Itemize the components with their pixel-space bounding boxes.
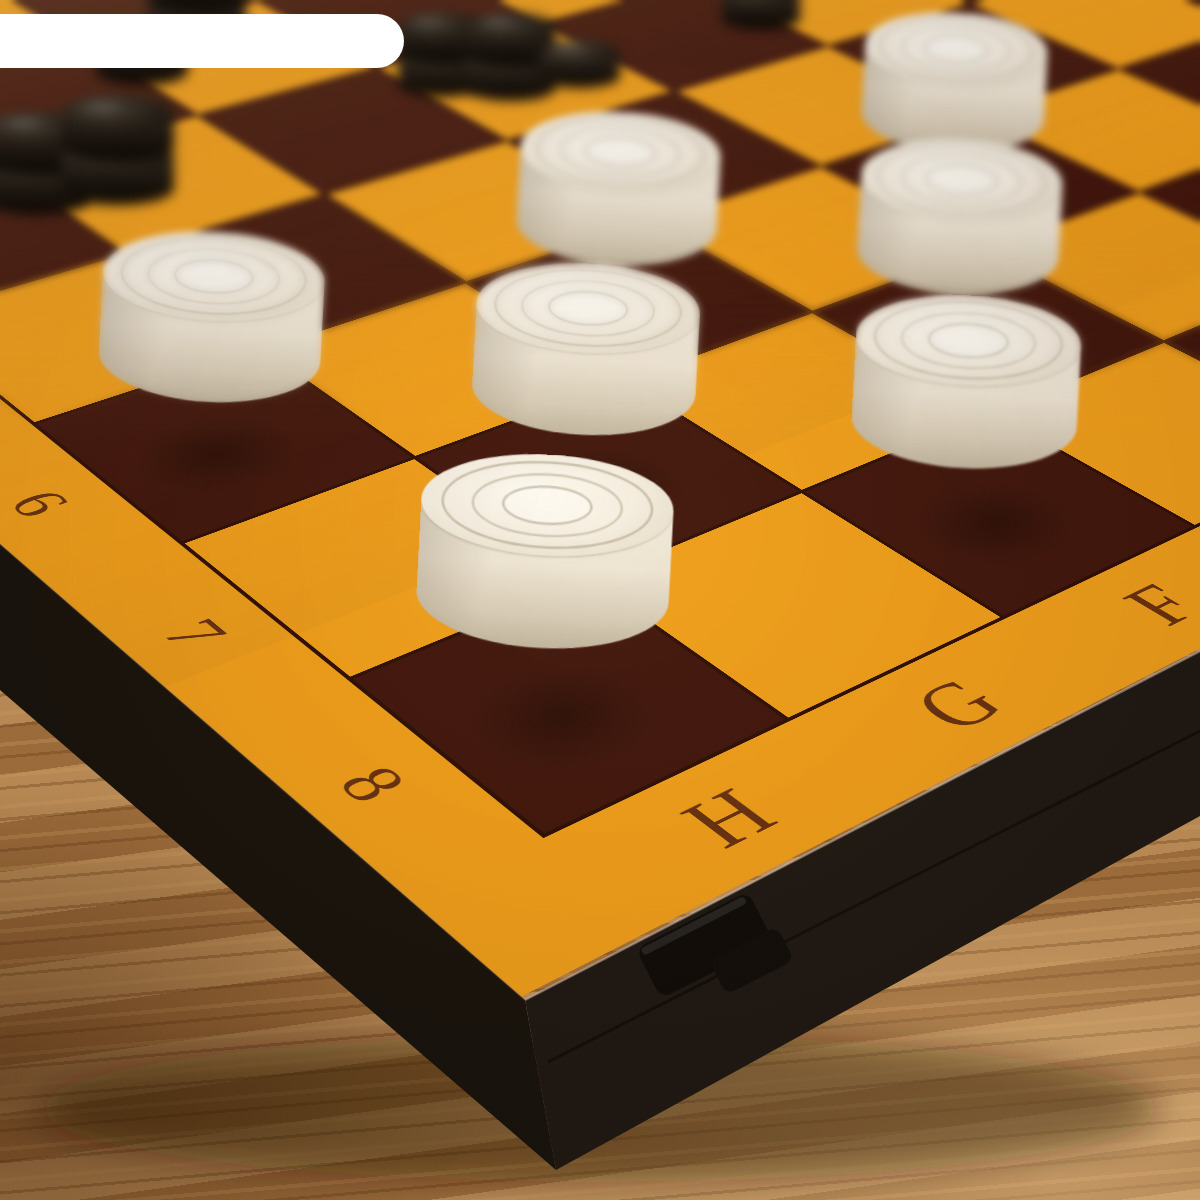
frame-fold-seam [548, 731, 1200, 1062]
frame-edge-highlight-left [0, 544, 525, 1000]
watermark-banner [0, 14, 404, 68]
product-photo-checkers: { "game": "checkers", "variant_hint": "R… [0, 0, 1200, 1200]
board-frame-edge [0, 0, 1200, 1200]
